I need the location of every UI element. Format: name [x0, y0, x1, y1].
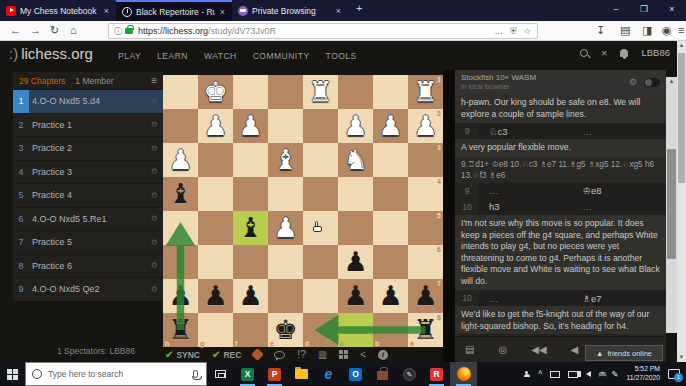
move-row: 10h3…: [455, 199, 666, 215]
sync-toggle[interactable]: SYNC: [176, 350, 200, 360]
square-a1[interactable]: ♜1: [408, 75, 443, 109]
square-f4[interactable]: [233, 177, 268, 211]
chapter-settings-icon[interactable]: ⚙: [151, 214, 163, 223]
square-c5[interactable]: [338, 211, 373, 245]
square-b3[interactable]: [373, 143, 408, 177]
square-d1[interactable]: ♜: [303, 75, 338, 109]
square-g7[interactable]: ♟: [198, 279, 233, 313]
file-label: g: [200, 340, 204, 347]
square-a6[interactable]: 6: [408, 245, 443, 279]
tab-chapters[interactable]: 29 Chapters: [19, 76, 65, 86]
chapter-label: 4.O-O Nxd5 5.Re1: [29, 214, 151, 224]
chapter-number: 9: [13, 278, 29, 301]
file-label: c: [340, 340, 344, 347]
black-pawn-c6[interactable]: ♟: [338, 245, 373, 279]
info-icon[interactable]: i: [378, 350, 388, 360]
white-pawn-g2[interactable]: ♟: [198, 109, 233, 143]
square-g4[interactable]: [198, 177, 233, 211]
chapter-list: 14.O-O Nxd5 5.d4⚙2Practice 1⚙3Practice 2…: [13, 89, 163, 301]
move-number: 9: [455, 183, 479, 199]
annotation-icon[interactable]: !?: [297, 349, 305, 360]
youtube-favicon: [6, 6, 16, 16]
square-f7[interactable]: ♟: [233, 279, 268, 313]
chapter-number: 3: [13, 137, 29, 160]
square-g6[interactable]: [198, 245, 233, 279]
move-number: 10: [455, 199, 479, 215]
square-b4[interactable]: [373, 177, 408, 211]
square-d4[interactable]: [303, 177, 338, 211]
square-c2[interactable]: ♟: [338, 109, 373, 143]
bookmark-star-icon[interactable]: ☆: [523, 26, 531, 37]
file-label: d: [305, 340, 309, 347]
square-a7[interactable]: ♟7: [408, 279, 443, 313]
chapter-item-2[interactable]: 2Practice 1⚙: [13, 113, 163, 137]
scroll-down-icon[interactable]: ▼: [677, 353, 686, 362]
cortana-icon: [32, 369, 42, 379]
chapter-settings-icon[interactable]: ⚙: [151, 120, 163, 129]
menu-watch[interactable]: WATCH: [204, 51, 237, 61]
username[interactable]: LBB86: [641, 47, 670, 58]
move-comment: I'm not sure why this move is so popular…: [455, 215, 666, 291]
tab-title: My Chess Notebook - YouTube: [20, 6, 99, 16]
close-tab-icon[interactable]: ×: [335, 6, 342, 16]
square-g3[interactable]: [198, 143, 233, 177]
chapter-number: 8: [13, 255, 29, 278]
search-icon[interactable]: [580, 49, 588, 57]
square-h1[interactable]: [163, 75, 198, 109]
black-move[interactable]: …: [573, 126, 667, 137]
chapter-label: Practice 6: [29, 261, 151, 271]
square-h2[interactable]: [163, 109, 198, 143]
notifications-bell-icon[interactable]: [620, 49, 628, 57]
white-move[interactable]: h3: [479, 201, 573, 212]
clock-date: 11/27/2020: [626, 374, 660, 383]
square-e1[interactable]: [268, 75, 303, 109]
square-b7[interactable]: ♟: [373, 279, 408, 313]
network-icon[interactable]: ))): [598, 372, 605, 376]
rank-label: 6: [437, 246, 441, 253]
board-panel-gap: [443, 70, 455, 362]
search-placeholder: Type here to search: [48, 369, 193, 379]
square-f1[interactable]: [233, 75, 268, 109]
browser-tab-bar: My Chess Notebook - YouTube × Black Repe…: [0, 0, 686, 21]
https-lock-icon: [125, 28, 133, 34]
white-king-g1[interactable]: ♚: [198, 75, 233, 109]
square-c6[interactable]: ♟: [338, 245, 373, 279]
comment-bubble-icon[interactable]: [274, 351, 285, 359]
sync-check-icon: ✔: [165, 349, 173, 360]
chapter-settings-icon[interactable]: ⚙: [151, 167, 163, 176]
black-bishop-f5[interactable]: ♝: [233, 211, 268, 245]
menu-play[interactable]: PLAY: [118, 51, 141, 61]
spectators-label: 1 Spectators: LBB86: [57, 346, 135, 356]
white-rook-d1[interactable]: ♜: [303, 75, 338, 109]
square-e6[interactable]: [268, 245, 303, 279]
engine-header: Stockfish 10+ WASM in local browser ⚙: [455, 70, 666, 94]
white-pawn-e5[interactable]: ♟: [268, 211, 303, 245]
square-a4[interactable]: 4: [408, 177, 443, 211]
square-a8[interactable]: ♜8a: [408, 313, 443, 347]
square-f6[interactable]: [233, 245, 268, 279]
board-grid: ♚♜♜1♟♟♟♟♟2♟♝♞3♝4♝♟5♟6♟♟♟♟♟♟7♜hgf♚edcb♜8a: [163, 75, 443, 347]
header-right: × LBB86: [580, 47, 670, 58]
chapter-settings-icon[interactable]: ⚙: [151, 144, 163, 153]
rec-toggle[interactable]: REC: [223, 350, 241, 360]
square-h6[interactable]: [163, 245, 198, 279]
square-e2[interactable]: [268, 109, 303, 143]
square-c8[interactable]: c: [338, 313, 373, 347]
account-icon[interactable]: ◉: [662, 21, 672, 40]
square-d6[interactable]: [303, 245, 338, 279]
back-icon[interactable]: ←: [10, 21, 21, 40]
close-tab-icon[interactable]: ×: [103, 6, 110, 16]
hamburger-icon[interactable]: ≡: [151, 75, 157, 86]
new-tab-button[interactable]: +: [348, 0, 370, 21]
url-actions: … ⛨ ☆: [494, 26, 537, 37]
chapter-settings-icon[interactable]: ⚙: [151, 285, 163, 294]
lichess-menu: PLAYLEARNWATCHCOMMUNITYTOOLS: [118, 51, 357, 61]
scrollbar-thumb[interactable]: [678, 53, 685, 183]
square-c3[interactable]: ♞: [338, 143, 373, 177]
tablet-icon[interactable]: [550, 371, 560, 378]
variation-line[interactable]: 9.♖d1+ ♔e8 10.♘c3 ♗e7 11.♗g5 ♗xg5 12.♘xg…: [455, 157, 666, 183]
tab-members[interactable]: 1 Member: [75, 76, 113, 86]
first-move-icon[interactable]: ◀◀: [531, 344, 546, 355]
rank-label: 8: [437, 314, 441, 321]
white-pawn-b2[interactable]: ♟: [373, 109, 408, 143]
friends-online-popup[interactable]: ▲ friends online: [585, 345, 663, 361]
engine-toggle[interactable]: [644, 78, 660, 87]
white-move[interactable]: ♘c3: [479, 126, 573, 137]
tab-private-browsing[interactable]: Private Browsing ×: [232, 0, 348, 21]
square-b8[interactable]: b: [373, 313, 408, 347]
library-icon[interactable]: ▤: [620, 21, 630, 40]
move-row: 9…♔e8: [455, 183, 666, 199]
chapter-item-3[interactable]: 3Practice 2⚙: [13, 136, 163, 160]
file-label: a: [410, 340, 414, 347]
lichess-page: :)lichess.org PLAYLEARNWATCHCOMMUNITYTOO…: [0, 41, 686, 362]
chapters-tabs: 29 Chapters 1 Member ≡: [13, 72, 163, 89]
chapter-label: 4.O-O Nxd5 5.d4: [29, 96, 151, 106]
restore-button[interactable]: ❐: [630, 0, 658, 21]
square-d3[interactable]: [303, 143, 338, 177]
square-b6[interactable]: [373, 245, 408, 279]
file-label: h: [165, 340, 169, 347]
chapter-label: Practice 2: [29, 143, 151, 153]
square-b1[interactable]: [373, 75, 408, 109]
rank-label: 3: [437, 144, 441, 151]
black-pawn-g7[interactable]: ♟: [198, 279, 233, 313]
hidden-icons-chevron[interactable]: ^: [538, 369, 542, 379]
taskbar-search[interactable]: Type here to search: [25, 362, 207, 386]
microphone-icon[interactable]: [193, 370, 198, 378]
square-h4[interactable]: ♝: [163, 177, 198, 211]
chapter-settings-icon[interactable]: ⚙: [151, 261, 163, 270]
move-row: 10…♗e7: [455, 290, 666, 306]
r-app-taskbar-icon[interactable]: R: [423, 362, 450, 386]
menu-icon[interactable]: ≡: [678, 21, 684, 40]
white-knight-c3[interactable]: ♞: [338, 143, 373, 177]
store-taskbar-icon[interactable]: [369, 362, 396, 386]
chapter-number: 6: [13, 208, 29, 231]
scrollbar-thumb[interactable]: [667, 149, 676, 259]
file-label: b: [375, 340, 379, 347]
move-comment: h-pawn. Our king should be safe on e8. W…: [455, 94, 666, 123]
black-pawn-f7[interactable]: ♟: [233, 279, 268, 313]
file-label: f: [235, 340, 237, 347]
rank-label: 4: [437, 178, 441, 185]
chapter-label: 4.O-O Nxd5 Qe2: [29, 284, 151, 294]
url-host: https://lichess.org: [138, 26, 208, 36]
chapter-number: 7: [13, 231, 29, 254]
black-pawn-b7[interactable]: ♟: [373, 279, 408, 313]
tab-youtube[interactable]: My Chess Notebook - YouTube ×: [0, 0, 116, 21]
firefox-taskbar-icon[interactable]: [450, 362, 477, 386]
tag-icon[interactable]: [251, 348, 264, 361]
square-h7[interactable]: ♟: [163, 279, 198, 313]
engine-title: Stockfish 10+ WASM: [461, 73, 536, 82]
chess-board: ♚♜♜1♟♟♟♟♟2♟♝♞3♝4♝♟5♟6♟♟♟♟♟♟7♜hgf♚edcb♜8a: [163, 75, 443, 347]
clock-time: 5:52 PM: [626, 365, 660, 374]
square-g8[interactable]: g: [198, 313, 233, 347]
page-scrollbar[interactable]: ▲ ▼: [677, 41, 686, 362]
board-toolbar: ✔ SYNC ✔ REC !? ▥ < i: [165, 349, 451, 360]
chapter-item-4[interactable]: 4Practice 3⚙: [13, 160, 163, 184]
taskbar-apps: XPeO✎R: [207, 362, 477, 386]
move-comment: We'd like to get the f5-knight out of th…: [455, 306, 666, 334]
black-move[interactable]: ♔e8: [573, 185, 667, 196]
url-bar[interactable]: ⓘ https://lichess.org /study/dV73Jv0R … …: [108, 23, 538, 39]
home-icon[interactable]: ⌂: [70, 21, 77, 40]
square-b5[interactable]: [373, 211, 408, 245]
rank-label: 1: [437, 76, 441, 83]
black-bishop-h4[interactable]: ♝: [163, 177, 198, 211]
action-center-icon[interactable]: 1: [668, 369, 680, 379]
square-h5[interactable]: [163, 211, 198, 245]
rank-label: 2: [437, 110, 441, 117]
friends-online-label: friends online: [607, 349, 652, 358]
engine-settings-gear-icon[interactable]: ⚙: [629, 77, 637, 87]
chapter-number: 1: [13, 90, 29, 113]
square-c4[interactable]: [338, 177, 373, 211]
chapter-settings-icon[interactable]: ⚙: [151, 191, 163, 200]
white-move[interactable]: …: [479, 293, 573, 304]
chapter-number: 2: [13, 114, 29, 137]
square-g2[interactable]: ♟: [198, 109, 233, 143]
downloads-icon[interactable]: ↧: [596, 21, 605, 40]
move-comment: A very popular flexible move.: [455, 139, 666, 157]
private-mask-favicon: [238, 6, 248, 16]
chapter-label: Practice 3: [29, 167, 151, 177]
taskbar-clock[interactable]: 5:52 PM 11/27/2020: [626, 365, 660, 383]
close-button[interactable]: ×: [658, 0, 686, 21]
black-pawn-h7[interactable]: ♟: [163, 279, 198, 313]
lichess-header: :)lichess.org PLAYLEARNWATCHCOMMUNITYTOO…: [0, 41, 686, 70]
scroll-up-icon[interactable]: ▲: [677, 41, 686, 50]
chapter-number: 5: [13, 184, 29, 207]
black-pawn-c7[interactable]: ♟: [338, 279, 373, 313]
pen-app-taskbar-icon[interactable]: ✎: [396, 362, 423, 386]
square-h3[interactable]: ♟: [163, 143, 198, 177]
rank-label: 5: [437, 212, 441, 219]
scroll-up-icon[interactable]: ▲: [666, 77, 677, 85]
chapter-label: Practice 5: [29, 237, 151, 247]
boards-grid-icon[interactable]: [339, 350, 348, 359]
volume-icon[interactable]: [586, 371, 591, 377]
file-label: e: [270, 340, 274, 347]
chart-icon[interactable]: ▥: [318, 349, 327, 360]
square-c1[interactable]: [338, 75, 373, 109]
tab-lichess-study[interactable]: Black Repertoire - Ruy Lopez: B ×: [116, 0, 232, 21]
chapter-item-8[interactable]: 8Practice 6⚙: [13, 254, 163, 278]
square-e4[interactable]: [268, 177, 303, 211]
powerpoint-taskbar-icon[interactable]: P: [261, 362, 288, 386]
mouse-cursor: [313, 221, 322, 233]
square-h8[interactable]: ♜h: [163, 313, 198, 347]
chapter-settings-icon[interactable]: ⚙: [151, 238, 163, 247]
square-g1[interactable]: ♚: [198, 75, 233, 109]
rec-check-icon: ✔: [212, 349, 220, 360]
square-c7[interactable]: ♟: [338, 279, 373, 313]
square-a3[interactable]: 3: [408, 143, 443, 177]
file-explorer-taskbar-icon[interactable]: [288, 362, 315, 386]
black-move[interactable]: ♗e7: [573, 293, 667, 304]
move-number: 9: [455, 123, 479, 139]
white-move[interactable]: …: [479, 185, 573, 196]
share-icon[interactable]: <: [360, 349, 366, 360]
square-a2[interactable]: ♟2: [408, 109, 443, 143]
move-number: 10: [455, 290, 479, 306]
chapter-item-1[interactable]: 14.O-O Nxd5 5.d4⚙: [13, 89, 163, 113]
challenges-icon[interactable]: ×: [601, 48, 607, 58]
white-pawn-h3[interactable]: ♟: [163, 143, 198, 177]
square-a5[interactable]: 5: [408, 211, 443, 245]
chapter-item-7[interactable]: 7Practice 5⚙: [13, 230, 163, 254]
pen-icon[interactable]: ✎: [611, 369, 618, 379]
panel-scrollbar[interactable]: ▲: [666, 77, 677, 333]
white-bishop-e3[interactable]: ♝: [268, 143, 303, 177]
chapter-item-9[interactable]: 94.O-O Nxd5 Qe2⚙: [13, 277, 163, 301]
people-icon[interactable]: [523, 371, 530, 378]
square-e3[interactable]: ♝: [268, 143, 303, 177]
square-f2[interactable]: ♟: [233, 109, 268, 143]
move-list: h-pawn. Our king should be safe on e8. W…: [455, 94, 666, 334]
square-d7[interactable]: [303, 279, 338, 313]
url-path: /study/dV73Jv0R: [208, 26, 276, 36]
browser-nav-bar: ← → ↻ ⌂ ⓘ https://lichess.org /study/dV7…: [0, 21, 686, 41]
page-actions-icon[interactable]: …: [494, 26, 503, 37]
site-info-icon[interactable]: ⓘ: [114, 26, 122, 37]
system-tray: ^ ))) ✎ 5:52 PM 11/27/2020 1: [523, 365, 686, 383]
rank-label: 7: [437, 280, 441, 287]
square-b2[interactable]: ♟: [373, 109, 408, 143]
square-e5[interactable]: ♟: [268, 211, 303, 245]
square-f8[interactable]: f: [233, 313, 268, 347]
window-controls: – ❐ ×: [602, 0, 686, 21]
white-pawn-f2[interactable]: ♟: [233, 109, 268, 143]
minimize-button[interactable]: –: [602, 0, 630, 21]
menu-learn[interactable]: LEARN: [157, 51, 188, 61]
chapter-item-5[interactable]: 5Practice 4⚙: [13, 183, 163, 207]
menu-tools[interactable]: TOOLS: [326, 51, 357, 61]
chevron-up-icon: ▲: [596, 349, 603, 358]
square-f5[interactable]: ♝: [233, 211, 268, 245]
lichess-logo[interactable]: :)lichess.org: [9, 45, 93, 62]
task-view-taskbar-icon[interactable]: [207, 362, 234, 386]
notification-badge: 1: [674, 373, 683, 382]
white-pawn-c2[interactable]: ♟: [338, 109, 373, 143]
chapter-label: Practice 1: [29, 120, 151, 130]
square-e8[interactable]: ♚e: [268, 313, 303, 347]
square-d2[interactable]: [303, 109, 338, 143]
windows-taskbar: Type here to search XPeO✎R ^ ))) ✎ 5:52 …: [0, 362, 686, 386]
lichess-favicon: [122, 7, 132, 17]
boards-icon[interactable]: ▤: [465, 344, 474, 355]
tab-title: Private Browsing: [252, 6, 331, 16]
shield-icon[interactable]: ⛨: [510, 26, 516, 37]
outlook-taskbar-icon[interactable]: O: [342, 362, 369, 386]
menu-community[interactable]: COMMUNITY: [253, 51, 310, 61]
close-tab-icon[interactable]: ×: [219, 7, 226, 17]
chapter-settings-icon[interactable]: ⚙: [151, 97, 163, 106]
square-f3[interactable]: [233, 143, 268, 177]
black-move[interactable]: …: [573, 201, 667, 212]
square-d8[interactable]: d: [303, 313, 338, 347]
tab-title: Black Repertoire - Ruy Lopez: B: [136, 7, 215, 17]
chapter-label: Practice 4: [29, 190, 151, 200]
move-row: 9♘c3…: [455, 123, 666, 139]
windows-start-icon[interactable]: [7, 369, 18, 380]
sidebar-icon[interactable]: ◨: [642, 21, 652, 40]
analysis-panel: Stockfish 10+ WASM in local browser ⚙ h-…: [455, 70, 666, 362]
screen: My Chess Notebook - YouTube × Black Repe…: [0, 0, 686, 386]
square-e7[interactable]: [268, 279, 303, 313]
chapters-panel: 29 Chapters 1 Member ≡ 14.O-O Nxd5 5.d4⚙…: [13, 72, 163, 301]
target-icon[interactable]: ◎: [498, 344, 507, 355]
chapter-item-6[interactable]: 64.O-O Nxd5 5.Re1⚙: [13, 207, 163, 231]
previous-move-icon[interactable]: ◀: [571, 344, 579, 355]
engine-subtitle: in local browser: [461, 83, 536, 91]
reload-icon[interactable]: ↻: [50, 21, 59, 40]
excel-taskbar-icon[interactable]: X: [234, 362, 261, 386]
chapter-number: 4: [13, 161, 29, 184]
square-g5[interactable]: [198, 211, 233, 245]
forward-icon[interactable]: →: [30, 21, 41, 40]
edge-taskbar-icon[interactable]: e: [315, 362, 342, 386]
